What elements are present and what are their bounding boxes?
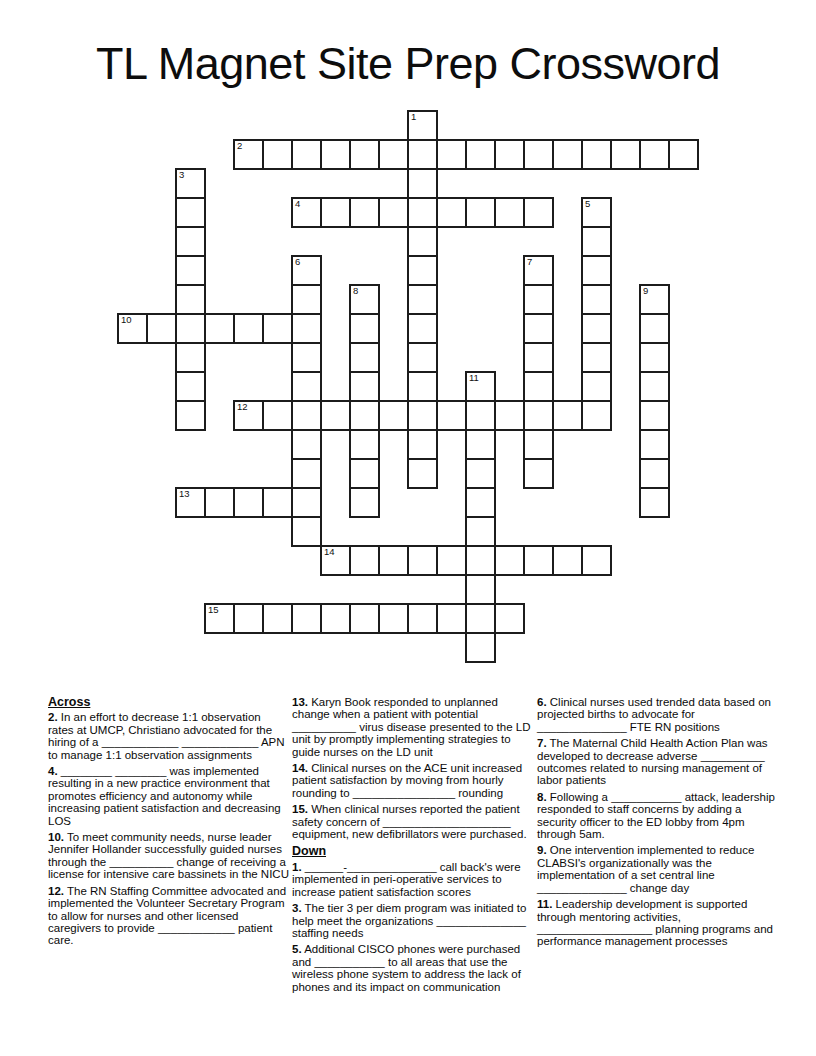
grid-cell[interactable] (175, 342, 206, 373)
clue-number: 9. (537, 844, 547, 856)
clue-number: 15. (292, 803, 308, 815)
grid-cell[interactable] (233, 487, 264, 518)
grid-cell[interactable] (320, 400, 351, 431)
clues-column-middle: 13. Karyn Book responded to unplanned ch… (292, 696, 533, 997)
clue-down-6: 6. Clinical nurses used trended data bas… (537, 696, 778, 733)
grid-cell[interactable] (378, 400, 409, 431)
grid-cell[interactable]: 14 (320, 545, 351, 576)
grid-cell[interactable] (349, 400, 380, 431)
clue-number: 10. (48, 831, 64, 843)
grid-cell[interactable] (175, 371, 206, 402)
grid-cell[interactable] (465, 516, 496, 547)
grid-cell[interactable] (407, 371, 438, 402)
grid-cell[interactable] (494, 603, 525, 634)
grid-cell[interactable] (436, 545, 467, 576)
clue-down-3: 3. The tier 3 per diem program was initi… (292, 902, 533, 939)
grid-cell[interactable] (523, 139, 554, 170)
cell-number: 8 (353, 286, 358, 296)
grid-cell[interactable] (291, 139, 322, 170)
grid-cell[interactable] (407, 168, 438, 199)
grid-cell[interactable]: 13 (175, 487, 206, 518)
grid-cell[interactable]: 7 (523, 255, 554, 286)
grid-cell[interactable] (204, 313, 235, 344)
grid-cell[interactable]: 8 (349, 284, 380, 315)
grid-cell[interactable] (581, 400, 612, 431)
grid-cell[interactable] (291, 284, 322, 315)
grid-cell[interactable] (436, 400, 467, 431)
grid-cell[interactable] (523, 545, 554, 576)
grid-cell[interactable] (581, 284, 612, 315)
grid-cell[interactable] (494, 139, 525, 170)
grid-cell[interactable] (465, 545, 496, 576)
grid-cell[interactable] (175, 400, 206, 431)
clues-column-right: 6. Clinical nurses used trended data bas… (537, 696, 778, 952)
grid-cell[interactable]: 10 (117, 313, 148, 344)
grid-cell[interactable] (465, 574, 496, 605)
grid-cell[interactable] (349, 197, 380, 228)
grid-cell[interactable] (291, 487, 322, 518)
clue-number: 4. (48, 765, 58, 777)
cell-number: 6 (295, 257, 300, 267)
grid-cell[interactable] (465, 429, 496, 460)
clue-across-10: 10. To meet community needs, nurse leade… (48, 831, 289, 881)
clue-number: 2. (48, 711, 58, 723)
grid-cell[interactable] (639, 458, 670, 489)
clue-number: 7. (537, 737, 547, 749)
down-clues-list-continued: 6. Clinical nurses used trended data bas… (537, 696, 778, 948)
clue-across-2: 2. In an effort to decrease 1:1 observat… (48, 711, 289, 761)
cell-number: 2 (237, 141, 242, 151)
grid-cell[interactable] (204, 487, 235, 518)
down-clues-list: 1. ______-______________ call back's wer… (292, 861, 533, 993)
grid-cell[interactable] (407, 226, 438, 257)
clue-down-9: 9. One intervention implemented to reduc… (537, 844, 778, 894)
grid-cell[interactable] (610, 139, 641, 170)
grid-cell[interactable] (291, 429, 322, 460)
grid-cell[interactable] (233, 603, 264, 634)
grid-cell[interactable] (581, 371, 612, 402)
grid-cell[interactable] (639, 400, 670, 431)
grid-cell[interactable] (523, 458, 554, 489)
grid-cell[interactable] (436, 139, 467, 170)
cell-number: 1 (411, 112, 416, 122)
grid-cell[interactable] (291, 458, 322, 489)
grid-cell[interactable] (407, 313, 438, 344)
grid-cell[interactable] (349, 458, 380, 489)
clue-number: 11. (537, 898, 552, 910)
clue-across-4: 4. ________ ________ was implemented res… (48, 765, 289, 827)
grid-cell[interactable]: 1 (407, 110, 438, 141)
grid-cell[interactable] (407, 255, 438, 286)
cell-number: 7 (527, 257, 532, 267)
grid-cell[interactable] (639, 487, 670, 518)
grid-cell[interactable] (523, 400, 554, 431)
grid-cell[interactable] (581, 545, 612, 576)
grid-cell[interactable] (291, 400, 322, 431)
grid-cell[interactable] (581, 255, 612, 286)
clue-number: 6. (537, 696, 547, 708)
grid-cell[interactable] (552, 400, 583, 431)
grid-cell[interactable] (407, 603, 438, 634)
cell-number: 13 (179, 489, 190, 499)
cell-number: 14 (324, 547, 335, 557)
grid-cell[interactable] (175, 226, 206, 257)
cell-number: 3 (179, 170, 184, 180)
across-clues-list-continued: 13. Karyn Book responded to unplanned ch… (292, 696, 533, 840)
clue-number: 3. (292, 902, 302, 914)
grid-cell[interactable] (639, 371, 670, 402)
grid-cell[interactable] (465, 197, 496, 228)
clue-down-1: 1. ______-______________ call back's wer… (292, 861, 533, 898)
across-clues-list: 2. In an effort to decrease 1:1 observat… (48, 711, 289, 946)
grid-cell[interactable] (407, 458, 438, 489)
grid-cell[interactable]: 11 (465, 371, 496, 402)
grid-cell[interactable] (291, 516, 322, 547)
grid-cell[interactable] (349, 371, 380, 402)
grid-cell[interactable] (175, 284, 206, 315)
grid-cell[interactable] (465, 632, 496, 663)
grid-cell[interactable] (349, 487, 380, 518)
grid-cell[interactable] (494, 400, 525, 431)
grid-cell[interactable] (233, 313, 264, 344)
grid-cell[interactable] (407, 284, 438, 315)
grid-cell[interactable] (291, 342, 322, 373)
grid-cell[interactable] (349, 342, 380, 373)
grid-cell[interactable] (320, 197, 351, 228)
grid-cell[interactable] (436, 603, 467, 634)
grid-cell[interactable] (378, 603, 409, 634)
grid-cell[interactable] (349, 313, 380, 344)
clue-across-15: 15. When clinical nurses reported the pa… (292, 803, 533, 840)
grid-cell[interactable] (175, 197, 206, 228)
grid-cell[interactable] (465, 487, 496, 518)
grid-cell[interactable] (378, 197, 409, 228)
clue-across-14: 14. Clinical nurses on the ACE unit incr… (292, 762, 533, 799)
grid-cell[interactable] (407, 545, 438, 576)
grid-cell[interactable] (494, 545, 525, 576)
grid-cell[interactable] (349, 139, 380, 170)
grid-cell[interactable] (291, 371, 322, 402)
grid-cell[interactable] (465, 400, 496, 431)
grid-cell[interactable] (262, 313, 293, 344)
grid-cell[interactable] (146, 313, 177, 344)
grid-cell[interactable] (523, 371, 554, 402)
clue-down-8: 8. Following a ___________ attack, leade… (537, 791, 778, 841)
grid-cell[interactable] (494, 197, 525, 228)
grid-cell[interactable] (465, 139, 496, 170)
clue-down-7: 7. The Maternal Child Health Action Plan… (537, 737, 778, 787)
clue-number: 12. (48, 885, 64, 897)
clue-number: 14. (292, 762, 308, 774)
grid-cell[interactable]: 9 (639, 284, 670, 315)
cell-number: 9 (643, 286, 648, 296)
down-header: Down (292, 845, 533, 857)
grid-cell[interactable] (407, 197, 438, 228)
grid-cell[interactable]: 5 (581, 197, 612, 228)
clue-number: 8. (537, 791, 547, 803)
grid-cell[interactable] (291, 603, 322, 634)
grid-cell[interactable] (581, 313, 612, 344)
grid-cell[interactable] (639, 313, 670, 344)
grid-cell[interactable] (581, 342, 612, 373)
grid-cell[interactable] (378, 545, 409, 576)
grid-cell[interactable]: 4 (291, 197, 322, 228)
grid-cell[interactable] (407, 139, 438, 170)
clue-across-12: 12. The RN Staffing Committee advocated … (48, 885, 289, 947)
clue-number: 1. (292, 861, 302, 873)
grid-cell[interactable] (320, 603, 351, 634)
grid-cell[interactable] (262, 603, 293, 634)
grid-cell[interactable] (639, 429, 670, 460)
grid-cell[interactable] (581, 226, 612, 257)
grid-cell[interactable] (552, 139, 583, 170)
grid-cell[interactable]: 15 (204, 603, 235, 634)
grid-cell[interactable]: 12 (233, 400, 264, 431)
grid-cell[interactable] (639, 342, 670, 373)
grid-cell[interactable] (378, 139, 409, 170)
grid-cell[interactable] (523, 197, 554, 228)
grid-cell[interactable]: 3 (175, 168, 206, 199)
grid-cell[interactable] (320, 139, 351, 170)
grid-cell[interactable]: 6 (291, 255, 322, 286)
cell-number: 4 (295, 199, 300, 209)
cell-number: 15 (208, 605, 219, 615)
crossword-grid: 123456789101112131415 (117, 110, 699, 663)
grid-cell[interactable] (523, 313, 554, 344)
grid-cell[interactable] (581, 139, 612, 170)
grid-cell[interactable] (175, 255, 206, 286)
grid-cell[interactable] (552, 545, 583, 576)
clue-number: 13. (292, 696, 308, 708)
cell-number: 11 (469, 373, 479, 383)
grid-cell[interactable] (639, 139, 670, 170)
grid-cell[interactable]: 2 (233, 139, 264, 170)
cell-number: 12 (237, 402, 248, 412)
grid-cell[interactable] (262, 487, 293, 518)
grid-cell[interactable] (465, 458, 496, 489)
cell-number: 5 (585, 199, 590, 209)
grid-cell[interactable] (465, 603, 496, 634)
grid-cell[interactable] (407, 342, 438, 373)
grid-cell[interactable] (436, 197, 467, 228)
clue-across-13: 13. Karyn Book responded to unplanned ch… (292, 696, 533, 758)
grid-cell[interactable] (262, 400, 293, 431)
clues-column-left: Across 2. In an effort to decrease 1:1 o… (48, 696, 289, 951)
grid-cell[interactable] (349, 545, 380, 576)
grid-cell[interactable] (349, 603, 380, 634)
across-header: Across (48, 696, 289, 708)
grid-cell[interactable] (291, 313, 322, 344)
grid-cell[interactable] (668, 139, 699, 170)
clue-number: 5. (292, 943, 302, 955)
grid-cell[interactable] (175, 313, 206, 344)
clue-down-11: 11. Leadership development is supported … (537, 898, 778, 948)
grid-cell[interactable] (407, 429, 438, 460)
grid-cell[interactable] (523, 429, 554, 460)
grid-cell[interactable] (349, 429, 380, 460)
cell-number: 10 (121, 315, 132, 325)
grid-cell[interactable] (262, 139, 293, 170)
page-title: TL Magnet Site Prep Crossword (0, 38, 816, 90)
grid-cell[interactable] (407, 400, 438, 431)
grid-cell[interactable] (523, 342, 554, 373)
clue-down-5: 5. Additional CISCO phones were purchase… (292, 943, 533, 993)
grid-cell[interactable] (523, 284, 554, 315)
